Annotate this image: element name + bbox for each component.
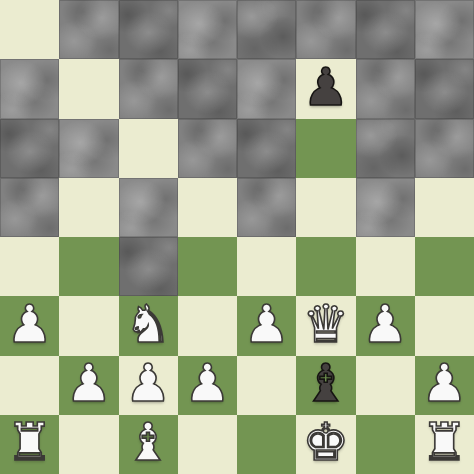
square-d8[interactable] [178,0,237,59]
white-knight[interactable]: ♞ [125,298,172,350]
square-e1[interactable] [237,415,296,474]
square-b3[interactable] [59,296,118,355]
square-b4[interactable] [59,237,118,296]
square-b6[interactable] [59,119,118,178]
square-f2[interactable]: ♝ [296,356,355,415]
square-h5[interactable] [415,178,474,237]
square-f6[interactable] [296,119,355,178]
square-a1[interactable]: ♜ [0,415,59,474]
square-c5[interactable] [119,178,178,237]
square-a5[interactable] [0,178,59,237]
square-b1[interactable] [59,415,118,474]
square-h7[interactable] [415,59,474,118]
square-h1[interactable]: ♜ [415,415,474,474]
square-f5[interactable] [296,178,355,237]
square-h4[interactable] [415,237,474,296]
square-c1[interactable]: ♝ [119,415,178,474]
square-d3[interactable] [178,296,237,355]
square-d1[interactable] [178,415,237,474]
square-g3[interactable]: ♟ [356,296,415,355]
white-pawn[interactable]: ♟ [362,298,409,350]
square-g2[interactable] [356,356,415,415]
square-a6[interactable] [0,119,59,178]
square-c8[interactable] [119,0,178,59]
square-g5[interactable] [356,178,415,237]
square-d7[interactable] [178,59,237,118]
square-f1[interactable]: ♚ [296,415,355,474]
square-c2[interactable]: ♟ [119,356,178,415]
square-a7[interactable] [0,59,59,118]
square-g6[interactable] [356,119,415,178]
white-rook[interactable]: ♜ [6,416,53,468]
square-d6[interactable] [178,119,237,178]
square-e3[interactable]: ♟ [237,296,296,355]
square-d4[interactable] [178,237,237,296]
square-c3[interactable]: ♞ [119,296,178,355]
square-e7[interactable] [237,59,296,118]
square-d2[interactable]: ♟ [178,356,237,415]
square-d5[interactable] [178,178,237,237]
square-e2[interactable] [237,356,296,415]
square-g7[interactable] [356,59,415,118]
square-b8[interactable] [59,0,118,59]
square-a3[interactable]: ♟ [0,296,59,355]
square-f3[interactable]: ♛ [296,296,355,355]
square-h2[interactable]: ♟ [415,356,474,415]
square-h8[interactable] [415,0,474,59]
square-a2[interactable] [0,356,59,415]
square-a4[interactable] [0,237,59,296]
square-e4[interactable] [237,237,296,296]
square-g8[interactable] [356,0,415,59]
square-c6[interactable] [119,119,178,178]
black-bishop[interactable]: ♝ [303,357,350,409]
square-e5[interactable] [237,178,296,237]
square-h3[interactable] [415,296,474,355]
black-pawn[interactable]: ♟ [303,61,350,113]
white-pawn[interactable]: ♟ [125,357,172,409]
square-b5[interactable] [59,178,118,237]
square-f7[interactable]: ♟ [296,59,355,118]
white-pawn[interactable]: ♟ [6,298,53,350]
white-rook[interactable]: ♜ [421,416,468,468]
square-h6[interactable] [415,119,474,178]
white-king[interactable]: ♚ [303,416,350,468]
white-queen[interactable]: ♛ [303,298,350,350]
chess-board: ♟♟♞♟♛♟♟♟♟♝♟♜♝♚♜ [0,0,474,474]
white-pawn[interactable]: ♟ [421,357,468,409]
square-g1[interactable] [356,415,415,474]
square-e8[interactable] [237,0,296,59]
square-f4[interactable] [296,237,355,296]
square-b2[interactable]: ♟ [59,356,118,415]
square-c4[interactable] [119,237,178,296]
white-pawn[interactable]: ♟ [66,357,113,409]
square-b7[interactable] [59,59,118,118]
square-g4[interactable] [356,237,415,296]
white-pawn[interactable]: ♟ [184,357,231,409]
square-a8[interactable] [0,0,59,59]
square-e6[interactable] [237,119,296,178]
square-c7[interactable] [119,59,178,118]
square-f8[interactable] [296,0,355,59]
white-bishop[interactable]: ♝ [125,416,172,468]
white-pawn[interactable]: ♟ [243,298,290,350]
